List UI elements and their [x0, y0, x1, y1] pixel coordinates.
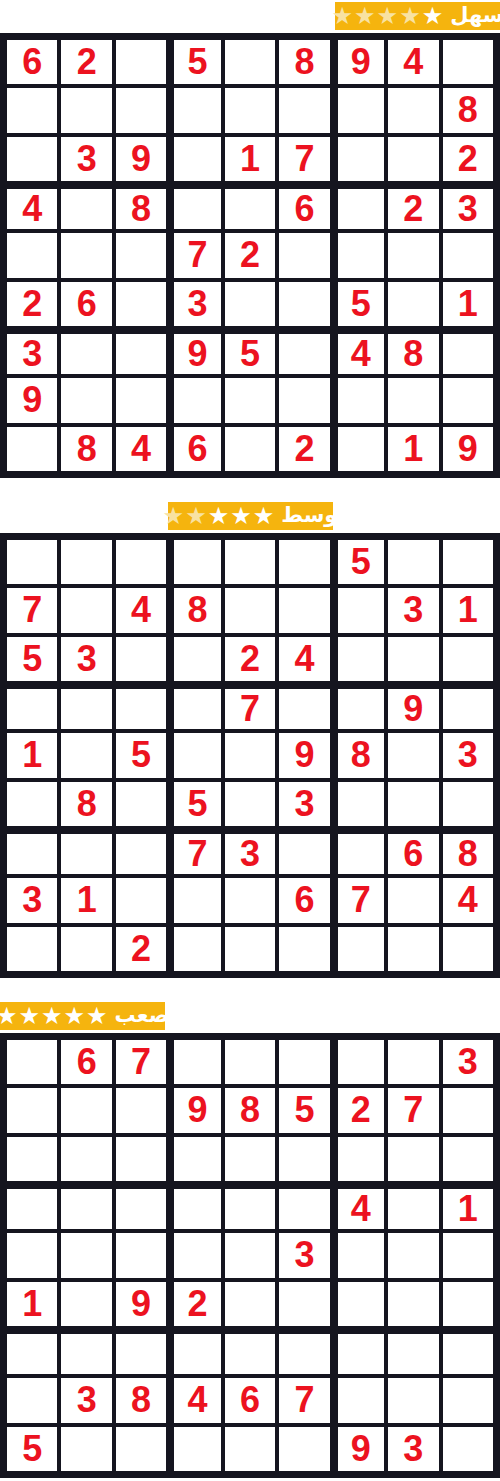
sudoku-cell-r2c1[interactable]	[5, 1086, 59, 1134]
sudoku-cell-r1c4[interactable]	[168, 538, 222, 586]
sudoku-cell-r7c1[interactable]: 3	[5, 328, 59, 376]
sudoku-cell-r8c9[interactable]	[441, 1376, 495, 1424]
sudoku-cell-r6c1[interactable]: 1	[5, 1280, 59, 1328]
star-filled-icon: ★	[208, 504, 230, 528]
sudoku-cell-r5c9[interactable]	[441, 231, 495, 279]
sudoku-cell-r2c2[interactable]	[59, 86, 113, 134]
sudoku-cell-r4c8[interactable]	[386, 1183, 440, 1231]
sudoku-cell-r3c2[interactable]: 3	[59, 635, 113, 683]
sudoku-cell-r6c5[interactable]	[223, 1280, 277, 1328]
sudoku-cell-r7c2[interactable]	[59, 1328, 113, 1376]
sudoku-cell-r4c3[interactable]: 8	[114, 183, 168, 231]
sudoku-cell-r8c6[interactable]: 7	[277, 1376, 331, 1424]
sudoku-cell-r5c1[interactable]	[5, 1231, 59, 1279]
sudoku-cell-r6c7[interactable]	[332, 780, 386, 828]
sudoku-cell-r8c4[interactable]	[168, 376, 222, 424]
sudoku-cell-r3c3[interactable]: 9	[114, 135, 168, 183]
sudoku-cell-r9c6[interactable]	[277, 925, 331, 973]
sudoku-cell-r3c9[interactable]: 2	[441, 135, 495, 183]
sudoku-cell-r3c5[interactable]	[223, 1135, 277, 1183]
sudoku-cell-r5c5[interactable]	[223, 1231, 277, 1279]
sudoku-cell-r9c3[interactable]: 2	[114, 925, 168, 973]
sudoku-cell-r4c6[interactable]: 6	[277, 183, 331, 231]
sudoku-cell-r5c1[interactable]: 1	[5, 731, 59, 779]
sudoku-cell-r2c8[interactable]	[386, 86, 440, 134]
sudoku-cell-r6c6[interactable]	[277, 280, 331, 328]
sudoku-cell-r8c6[interactable]	[277, 376, 331, 424]
sudoku-cell-r9c6[interactable]: 2	[277, 425, 331, 473]
sudoku-cell-r7c6[interactable]	[277, 828, 331, 876]
sudoku-cell-r3c7[interactable]	[332, 635, 386, 683]
sudoku-cell-r9c1[interactable]: 5	[5, 1425, 59, 1473]
sudoku-cell-r2c3[interactable]: 4	[114, 586, 168, 634]
sudoku-cell-r8c7[interactable]: 7	[332, 876, 386, 924]
sudoku-cell-r5c3[interactable]	[114, 1231, 168, 1279]
sudoku-cell-r9c6[interactable]	[277, 1425, 331, 1473]
sudoku-cell-r8c1[interactable]: 3	[5, 876, 59, 924]
sudoku-cell-r6c3[interactable]: 9	[114, 1280, 168, 1328]
sudoku-cell-r7c1[interactable]	[5, 828, 59, 876]
sudoku-cell-r2c9[interactable]	[441, 1086, 495, 1134]
sudoku-cell-r3c3[interactable]	[114, 635, 168, 683]
sudoku-cell-r6c4[interactable]: 5	[168, 780, 222, 828]
star-filled-icon: ★	[64, 1004, 86, 1028]
sudoku-cell-r7c3[interactable]	[114, 328, 168, 376]
sudoku-cell-r2c5[interactable]: 8	[223, 1086, 277, 1134]
sudoku-cell-r6c6[interactable]	[277, 1280, 331, 1328]
sudoku-cell-r7c4[interactable]: 7	[168, 828, 222, 876]
sudoku-cell-r6c5[interactable]	[223, 780, 277, 828]
star-rating: ★★★★★	[0, 1004, 108, 1028]
sudoku-cell-r9c8[interactable]: 1	[386, 425, 440, 473]
sudoku-cell-r6c8[interactable]	[386, 780, 440, 828]
star-empty-icon: ★	[399, 4, 421, 28]
sudoku-cell-r5c2[interactable]	[59, 731, 113, 779]
sudoku-cell-r1c8[interactable]: 4	[386, 38, 440, 86]
sudoku-cell-r1c2[interactable]	[59, 538, 113, 586]
puzzle-section-easy: ★★★★★ سهل 625894839172486237226351395489…	[0, 2, 500, 478]
sudoku-cell-r1c9[interactable]: 3	[441, 1038, 495, 1086]
sudoku-cell-r6c8[interactable]	[386, 1280, 440, 1328]
sudoku-cell-r4c7[interactable]: 4	[332, 1183, 386, 1231]
sudoku-cell-r6c1[interactable]: 2	[5, 280, 59, 328]
star-filled-icon: ★	[253, 504, 275, 528]
sudoku-cell-r5c7[interactable]	[332, 231, 386, 279]
sudoku-cell-r4c7[interactable]	[332, 683, 386, 731]
sudoku-cell-r2c5[interactable]	[223, 586, 277, 634]
sudoku-cell-r4c8[interactable]: 9	[386, 683, 440, 731]
sudoku-cell-r9c7[interactable]: 9	[332, 1425, 386, 1473]
sudoku-cell-r3c4[interactable]	[168, 1135, 222, 1183]
sudoku-cell-r4c2[interactable]	[59, 183, 113, 231]
sudoku-cell-r5c6[interactable]	[277, 231, 331, 279]
sudoku-cell-r2c5[interactable]	[223, 86, 277, 134]
sudoku-cell-r1c1[interactable]	[5, 1038, 59, 1086]
sudoku-cell-r4c2[interactable]	[59, 683, 113, 731]
sudoku-cell-r8c2[interactable]: 1	[59, 876, 113, 924]
sudoku-cell-r8c6[interactable]: 6	[277, 876, 331, 924]
sudoku-cell-r3c9[interactable]	[441, 635, 495, 683]
sudoku-cell-r4c4[interactable]	[168, 683, 222, 731]
sudoku-cell-r8c1[interactable]	[5, 1376, 59, 1424]
sudoku-cell-r2c7[interactable]	[332, 586, 386, 634]
sudoku-cell-r1c7[interactable]	[332, 1038, 386, 1086]
sudoku-cell-r7c9[interactable]	[441, 1328, 495, 1376]
sudoku-cell-r5c2[interactable]	[59, 1231, 113, 1279]
sudoku-cell-r5c5[interactable]: 2	[223, 231, 277, 279]
sudoku-cell-r9c2[interactable]: 8	[59, 425, 113, 473]
sudoku-cell-r6c9[interactable]	[441, 1280, 495, 1328]
star-filled-icon: ★	[230, 504, 252, 528]
sudoku-cell-r9c8[interactable]	[386, 925, 440, 973]
sudoku-cell-r9c5[interactable]	[223, 1425, 277, 1473]
sudoku-cell-r7c8[interactable]: 8	[386, 328, 440, 376]
sudoku-cell-r6c4[interactable]: 2	[168, 1280, 222, 1328]
sudoku-cell-r8c3[interactable]	[114, 876, 168, 924]
star-filled-icon: ★	[0, 1004, 18, 1028]
sudoku-cell-r2c7[interactable]	[332, 86, 386, 134]
sudoku-cell-r2c8[interactable]: 7	[386, 1086, 440, 1134]
sudoku-cell-r5c4[interactable]: 7	[168, 231, 222, 279]
sudoku-cell-r9c9[interactable]: 9	[441, 425, 495, 473]
sudoku-cell-r7c7[interactable]	[332, 1328, 386, 1376]
sudoku-cell-r4c2[interactable]	[59, 1183, 113, 1231]
sudoku-cell-r5c4[interactable]	[168, 1231, 222, 1279]
sudoku-cell-r9c1[interactable]	[5, 925, 59, 973]
sudoku-cell-r1c3[interactable]	[114, 38, 168, 86]
sudoku-cell-r3c2[interactable]	[59, 1135, 113, 1183]
sudoku-cell-r5c3[interactable]: 5	[114, 731, 168, 779]
sudoku-cell-r1c1[interactable]: 6	[5, 38, 59, 86]
sudoku-cell-r3c7[interactable]	[332, 1135, 386, 1183]
sudoku-cell-r6c1[interactable]	[5, 780, 59, 828]
sudoku-cell-r5c8[interactable]	[386, 231, 440, 279]
sudoku-cell-r3c1[interactable]: 5	[5, 635, 59, 683]
sudoku-cell-r1c1[interactable]	[5, 538, 59, 586]
sudoku-cell-r9c4[interactable]	[168, 1425, 222, 1473]
difficulty-label-hard: صعب	[115, 1004, 169, 1028]
sudoku-cell-r5c8[interactable]	[386, 731, 440, 779]
puzzle-section-medium: ★★★★★ وسط 574831532479159838537368316742	[0, 502, 500, 978]
sudoku-cell-r7c5[interactable]	[223, 1328, 277, 1376]
sudoku-cell-r2c6[interactable]	[277, 586, 331, 634]
sudoku-cell-r4c7[interactable]	[332, 183, 386, 231]
sudoku-cell-r8c8[interactable]	[386, 1376, 440, 1424]
sudoku-cell-r6c5[interactable]	[223, 280, 277, 328]
sudoku-cell-r9c4[interactable]	[168, 925, 222, 973]
sudoku-cell-r5c9[interactable]: 3	[441, 731, 495, 779]
sudoku-cell-r6c2[interactable]: 6	[59, 280, 113, 328]
sudoku-cell-r3c9[interactable]	[441, 1135, 495, 1183]
sudoku-cell-r9c3[interactable]: 4	[114, 425, 168, 473]
sudoku-cell-r6c6[interactable]: 3	[277, 780, 331, 828]
sudoku-cell-r1c7[interactable]: 9	[332, 38, 386, 86]
sudoku-cell-r7c2[interactable]	[59, 828, 113, 876]
sudoku-cell-r7c5[interactable]: 3	[223, 828, 277, 876]
star-filled-icon: ★	[19, 1004, 41, 1028]
sudoku-cell-r4c9[interactable]: 1	[441, 1183, 495, 1231]
sudoku-cell-r8c9[interactable]: 4	[441, 876, 495, 924]
sudoku-cell-r6c3[interactable]	[114, 780, 168, 828]
sudoku-cell-r2c3[interactable]	[114, 86, 168, 134]
sudoku-cell-r2c3[interactable]	[114, 1086, 168, 1134]
sudoku-cell-r1c3[interactable]	[114, 538, 168, 586]
star-rating: ★★★★★	[163, 504, 275, 528]
sudoku-cell-r1c8[interactable]	[386, 538, 440, 586]
sudoku-cell-r9c5[interactable]	[223, 925, 277, 973]
sudoku-cell-r5c9[interactable]	[441, 1231, 495, 1279]
sudoku-cell-r6c7[interactable]	[332, 1280, 386, 1328]
sudoku-cell-r1c9[interactable]	[441, 38, 495, 86]
sudoku-cell-r5c6[interactable]: 9	[277, 731, 331, 779]
sudoku-cell-r8c1[interactable]: 9	[5, 376, 59, 424]
sudoku-cell-r9c2[interactable]	[59, 1425, 113, 1473]
sudoku-cell-r8c3[interactable]	[114, 376, 168, 424]
sudoku-cell-r3c5[interactable]: 2	[223, 635, 277, 683]
sudoku-cell-r7c5[interactable]: 5	[223, 328, 277, 376]
sudoku-cell-r6c8[interactable]	[386, 280, 440, 328]
sudoku-cell-r8c5[interactable]	[223, 876, 277, 924]
sudoku-cell-r9c7[interactable]	[332, 425, 386, 473]
difficulty-banner-hard: ★★★★★ صعب	[0, 1002, 165, 1030]
sudoku-cell-r3c7[interactable]	[332, 135, 386, 183]
sudoku-cell-r4c5[interactable]: 7	[223, 683, 277, 731]
sudoku-cell-r7c3[interactable]	[114, 1328, 168, 1376]
sudoku-cell-r3c6[interactable]	[277, 1135, 331, 1183]
sudoku-cell-r5c1[interactable]	[5, 231, 59, 279]
sudoku-cell-r2c7[interactable]: 2	[332, 1086, 386, 1134]
sudoku-cell-r7c4[interactable]: 9	[168, 328, 222, 376]
sudoku-cell-r7c7[interactable]: 4	[332, 328, 386, 376]
sudoku-cell-r9c1[interactable]	[5, 425, 59, 473]
sudoku-cell-r4c4[interactable]	[168, 183, 222, 231]
sudoku-cell-r3c8[interactable]	[386, 1135, 440, 1183]
sudoku-cell-r4c5[interactable]	[223, 1183, 277, 1231]
sudoku-cell-r9c7[interactable]	[332, 925, 386, 973]
sudoku-cell-r8c3[interactable]: 8	[114, 1376, 168, 1424]
sudoku-cell-r3c8[interactable]	[386, 135, 440, 183]
sudoku-cell-r1c5[interactable]	[223, 538, 277, 586]
sudoku-cell-r3c6[interactable]: 4	[277, 635, 331, 683]
sudoku-cell-r1c6[interactable]	[277, 1038, 331, 1086]
star-filled-icon: ★	[86, 1004, 108, 1028]
sudoku-cell-r3c1[interactable]	[5, 135, 59, 183]
sudoku-cell-r3c1[interactable]	[5, 1135, 59, 1183]
sudoku-cell-r1c5[interactable]	[223, 38, 277, 86]
sudoku-cell-r9c3[interactable]	[114, 1425, 168, 1473]
sudoku-cell-r2c6[interactable]: 5	[277, 1086, 331, 1134]
sudoku-cell-r9c8[interactable]: 3	[386, 1425, 440, 1473]
sudoku-cell-r9c2[interactable]	[59, 925, 113, 973]
sudoku-cell-r8c9[interactable]	[441, 376, 495, 424]
sudoku-cell-r7c6[interactable]	[277, 328, 331, 376]
sudoku-cell-r1c2[interactable]: 6	[59, 1038, 113, 1086]
sudoku-cell-r1c9[interactable]	[441, 538, 495, 586]
sudoku-grid-easy: 625894839172486237226351395489846219	[0, 33, 500, 478]
sudoku-cell-r5c7[interactable]	[332, 1231, 386, 1279]
sudoku-cell-r6c2[interactable]: 8	[59, 780, 113, 828]
sudoku-cell-r3c4[interactable]	[168, 635, 222, 683]
sudoku-cell-r9c5[interactable]	[223, 425, 277, 473]
sudoku-cell-r2c2[interactable]	[59, 1086, 113, 1134]
sudoku-cell-r8c2[interactable]: 3	[59, 1376, 113, 1424]
star-empty-icon: ★	[354, 4, 376, 28]
sudoku-cell-r2c9[interactable]: 1	[441, 586, 495, 634]
sudoku-cell-r8c8[interactable]	[386, 376, 440, 424]
sudoku-cell-r4c6[interactable]	[277, 1183, 331, 1231]
sudoku-cell-r8c4[interactable]: 4	[168, 1376, 222, 1424]
difficulty-label-easy: سهل	[450, 4, 500, 28]
sudoku-cell-r1c6[interactable]	[277, 538, 331, 586]
sudoku-cell-r4c3[interactable]	[114, 1183, 168, 1231]
sudoku-cell-r5c2[interactable]	[59, 231, 113, 279]
sudoku-cell-r5c8[interactable]	[386, 1231, 440, 1279]
sudoku-cell-r8c5[interactable]	[223, 376, 277, 424]
sudoku-cell-r2c6[interactable]	[277, 86, 331, 134]
sudoku-cell-r4c3[interactable]	[114, 683, 168, 731]
sudoku-cell-r4c1[interactable]: 4	[5, 183, 59, 231]
sudoku-cell-r4c6[interactable]	[277, 683, 331, 731]
sudoku-cell-r1c4[interactable]	[168, 1038, 222, 1086]
sudoku-cell-r7c7[interactable]	[332, 828, 386, 876]
sudoku-cell-r4c1[interactable]	[5, 683, 59, 731]
sudoku-cell-r5c3[interactable]	[114, 231, 168, 279]
sudoku-cell-r6c7[interactable]: 5	[332, 280, 386, 328]
sudoku-cell-r2c9[interactable]: 8	[441, 86, 495, 134]
sudoku-cell-r1c4[interactable]: 5	[168, 38, 222, 86]
sudoku-cell-r7c6[interactable]	[277, 1328, 331, 1376]
sudoku-cell-r7c4[interactable]	[168, 1328, 222, 1376]
sudoku-cell-r3c4[interactable]	[168, 135, 222, 183]
sudoku-cell-r7c3[interactable]	[114, 828, 168, 876]
sudoku-cell-r3c8[interactable]	[386, 635, 440, 683]
sudoku-cell-r2c1[interactable]	[5, 86, 59, 134]
sudoku-cell-r9c4[interactable]: 6	[168, 425, 222, 473]
sudoku-cell-r8c4[interactable]	[168, 876, 222, 924]
sudoku-cell-r7c9[interactable]	[441, 328, 495, 376]
sudoku-cell-r6c9[interactable]: 1	[441, 280, 495, 328]
star-empty-icon: ★	[185, 504, 207, 528]
sudoku-cell-r8c5[interactable]: 6	[223, 1376, 277, 1424]
sudoku-cell-r2c4[interactable]: 8	[168, 586, 222, 634]
sudoku-cell-r6c2[interactable]	[59, 1280, 113, 1328]
sudoku-cell-r4c4[interactable]	[168, 1183, 222, 1231]
sudoku-cell-r5c4[interactable]	[168, 731, 222, 779]
sudoku-cell-r2c4[interactable]	[168, 86, 222, 134]
star-empty-icon: ★	[332, 4, 354, 28]
sudoku-cell-r3c6[interactable]: 7	[277, 135, 331, 183]
sudoku-cell-r1c2[interactable]: 2	[59, 38, 113, 86]
sudoku-cell-r7c8[interactable]: 6	[386, 828, 440, 876]
star-rating: ★★★★★	[332, 4, 444, 28]
star-empty-icon: ★	[377, 4, 399, 28]
sudoku-cell-r2c2[interactable]	[59, 586, 113, 634]
sudoku-cell-r4c1[interactable]	[5, 1183, 59, 1231]
sudoku-cell-r5c6[interactable]: 3	[277, 1231, 331, 1279]
sudoku-cell-r6c3[interactable]	[114, 280, 168, 328]
star-filled-icon: ★	[422, 4, 444, 28]
sudoku-cell-r4c9[interactable]	[441, 683, 495, 731]
sudoku-cell-r8c8[interactable]	[386, 876, 440, 924]
sudoku-cell-r2c4[interactable]: 9	[168, 1086, 222, 1134]
sudoku-cell-r2c1[interactable]: 7	[5, 586, 59, 634]
star-empty-icon: ★	[163, 504, 185, 528]
sudoku-cell-r8c7[interactable]	[332, 1376, 386, 1424]
star-filled-icon: ★	[41, 1004, 63, 1028]
sudoku-cell-r2c8[interactable]: 3	[386, 586, 440, 634]
difficulty-banner-medium: ★★★★★ وسط	[168, 502, 333, 530]
sudoku-cell-r1c6[interactable]: 8	[277, 38, 331, 86]
sudoku-cell-r6c9[interactable]	[441, 780, 495, 828]
difficulty-banner-easy: ★★★★★ سهل	[335, 2, 500, 30]
sudoku-cell-r4c8[interactable]: 2	[386, 183, 440, 231]
sudoku-cell-r7c8[interactable]	[386, 1328, 440, 1376]
sudoku-cell-r9c9[interactable]	[441, 925, 495, 973]
sudoku-grid-medium: 574831532479159838537368316742	[0, 533, 500, 978]
sudoku-cell-r5c5[interactable]	[223, 731, 277, 779]
sudoku-cell-r8c2[interactable]	[59, 376, 113, 424]
sudoku-cell-r1c5[interactable]	[223, 1038, 277, 1086]
sudoku-cell-r1c7[interactable]: 5	[332, 538, 386, 586]
sudoku-cell-r7c2[interactable]	[59, 328, 113, 376]
sudoku-cell-r3c2[interactable]: 3	[59, 135, 113, 183]
sudoku-cell-r4c9[interactable]: 3	[441, 183, 495, 231]
sudoku-cell-r8c7[interactable]	[332, 376, 386, 424]
sudoku-cell-r1c3[interactable]: 7	[114, 1038, 168, 1086]
sudoku-cell-r7c9[interactable]: 8	[441, 828, 495, 876]
sudoku-cell-r6c4[interactable]: 3	[168, 280, 222, 328]
sudoku-cell-r3c5[interactable]: 1	[223, 135, 277, 183]
sudoku-cell-r4c5[interactable]	[223, 183, 277, 231]
sudoku-cell-r9c9[interactable]	[441, 1425, 495, 1473]
difficulty-label-medium: وسط	[281, 504, 337, 528]
sudoku-grid-hard: 6739852741319238467593	[0, 1033, 500, 1478]
puzzle-section-hard: ★★★★★ صعب 6739852741319238467593	[0, 1002, 500, 1478]
sudoku-cell-r1c8[interactable]	[386, 1038, 440, 1086]
sudoku-cell-r3c3[interactable]	[114, 1135, 168, 1183]
sudoku-cell-r7c1[interactable]	[5, 1328, 59, 1376]
sudoku-cell-r5c7[interactable]: 8	[332, 731, 386, 779]
